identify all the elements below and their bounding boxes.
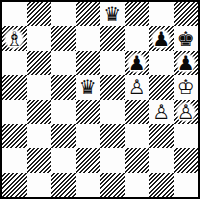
black-queen-icon: ♛ bbox=[77, 76, 99, 98]
square-g6[interactable] bbox=[149, 51, 174, 75]
square-a8[interactable] bbox=[2, 2, 27, 26]
black-pawn-icon: ♟ bbox=[126, 52, 148, 74]
square-c4[interactable] bbox=[51, 100, 76, 124]
black-pawn-icon: ♟ bbox=[150, 28, 172, 50]
square-d4[interactable] bbox=[76, 100, 101, 124]
square-a4[interactable] bbox=[2, 100, 27, 124]
square-e6[interactable] bbox=[100, 51, 125, 75]
square-c5[interactable] bbox=[51, 75, 76, 99]
black-queen-icon: ♛ bbox=[101, 3, 123, 25]
square-d2[interactable] bbox=[76, 148, 101, 172]
black-king-icon: ♚ bbox=[175, 28, 197, 50]
square-d5[interactable]: ♛ bbox=[76, 75, 101, 99]
square-c1[interactable] bbox=[51, 173, 76, 197]
square-f7[interactable] bbox=[125, 26, 150, 50]
square-e4[interactable] bbox=[100, 100, 125, 124]
square-h2[interactable] bbox=[174, 148, 199, 172]
square-b2[interactable] bbox=[27, 148, 52, 172]
square-f4[interactable] bbox=[125, 100, 150, 124]
square-f6[interactable]: ♟ bbox=[125, 51, 150, 75]
square-e3[interactable] bbox=[100, 124, 125, 148]
white-pawn-icon: ♙ bbox=[175, 101, 197, 123]
square-a5[interactable] bbox=[2, 75, 27, 99]
square-g8[interactable] bbox=[149, 2, 174, 26]
square-e1[interactable] bbox=[100, 173, 125, 197]
square-g4[interactable]: ♙ bbox=[149, 100, 174, 124]
square-c7[interactable] bbox=[51, 26, 76, 50]
square-a6[interactable] bbox=[2, 51, 27, 75]
square-c6[interactable] bbox=[51, 51, 76, 75]
square-b5[interactable] bbox=[27, 75, 52, 99]
white-bishop-icon: ♗ bbox=[3, 28, 25, 50]
square-h1[interactable] bbox=[174, 173, 199, 197]
square-f3[interactable] bbox=[125, 124, 150, 148]
square-b6[interactable] bbox=[27, 51, 52, 75]
square-b3[interactable] bbox=[27, 124, 52, 148]
square-e2[interactable] bbox=[100, 148, 125, 172]
square-d6[interactable] bbox=[76, 51, 101, 75]
square-h5[interactable]: ♔ bbox=[174, 75, 199, 99]
square-f1[interactable] bbox=[125, 173, 150, 197]
square-b4[interactable] bbox=[27, 100, 52, 124]
chess-board: ♛♗♟♚♟♟♛♙♔♙♙ bbox=[0, 0, 200, 199]
square-d1[interactable] bbox=[76, 173, 101, 197]
square-b1[interactable] bbox=[27, 173, 52, 197]
square-h3[interactable] bbox=[174, 124, 199, 148]
square-f5[interactable]: ♙ bbox=[125, 75, 150, 99]
square-d7[interactable] bbox=[76, 26, 101, 50]
white-king-icon: ♔ bbox=[175, 76, 197, 98]
square-e5[interactable] bbox=[100, 75, 125, 99]
square-h6[interactable]: ♟ bbox=[174, 51, 199, 75]
square-g3[interactable] bbox=[149, 124, 174, 148]
square-f2[interactable] bbox=[125, 148, 150, 172]
square-b7[interactable] bbox=[27, 26, 52, 50]
square-a1[interactable] bbox=[2, 173, 27, 197]
square-g1[interactable] bbox=[149, 173, 174, 197]
square-g5[interactable] bbox=[149, 75, 174, 99]
square-e8[interactable]: ♛ bbox=[100, 2, 125, 26]
black-pawn-icon: ♟ bbox=[175, 52, 197, 74]
square-a2[interactable] bbox=[2, 148, 27, 172]
square-d3[interactable] bbox=[76, 124, 101, 148]
square-h7[interactable]: ♚ bbox=[174, 26, 199, 50]
square-c2[interactable] bbox=[51, 148, 76, 172]
square-c3[interactable] bbox=[51, 124, 76, 148]
square-e7[interactable] bbox=[100, 26, 125, 50]
chess-diagram: ♛♗♟♚♟♟♛♙♔♙♙ bbox=[0, 0, 200, 199]
square-g7[interactable]: ♟ bbox=[149, 26, 174, 50]
white-pawn-icon: ♙ bbox=[150, 101, 172, 123]
square-h4[interactable]: ♙ bbox=[174, 100, 199, 124]
square-h8[interactable] bbox=[174, 2, 199, 26]
square-g2[interactable] bbox=[149, 148, 174, 172]
square-c8[interactable] bbox=[51, 2, 76, 26]
square-b8[interactable] bbox=[27, 2, 52, 26]
white-pawn-icon: ♙ bbox=[126, 76, 148, 98]
square-d8[interactable] bbox=[76, 2, 101, 26]
square-a7[interactable]: ♗ bbox=[2, 26, 27, 50]
square-a3[interactable] bbox=[2, 124, 27, 148]
square-f8[interactable] bbox=[125, 2, 150, 26]
